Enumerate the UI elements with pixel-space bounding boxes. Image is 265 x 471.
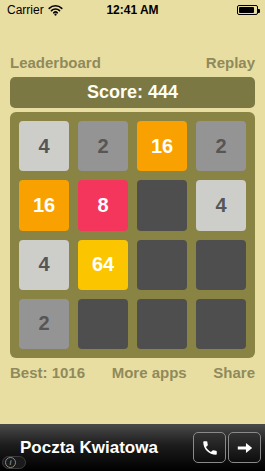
status-bar: Carrier 12:41 AM	[0, 0, 265, 20]
empty-cell-r4c2	[78, 299, 128, 349]
best-score-label: Best: 1016	[10, 364, 85, 381]
share-button[interactable]: Share	[213, 364, 255, 381]
empty-cell-r4c4	[196, 299, 246, 349]
empty-cell-r3c3	[137, 240, 187, 290]
tile-2-r1c4: 2	[196, 121, 246, 171]
tile-64-r3c2: 64	[78, 240, 128, 290]
tile-2-r1c2: 2	[78, 121, 128, 171]
empty-cell-r2c3	[137, 180, 187, 230]
tile-16-r2c1: 16	[19, 180, 69, 230]
app-screen: Carrier 12:41 AM Leaderboard Replay Scor…	[0, 0, 265, 471]
tile-4-r3c1: 4	[19, 240, 69, 290]
board[interactable]: 4216216844642	[10, 112, 255, 358]
more-apps-button[interactable]: More apps	[112, 364, 187, 381]
clock: 12:41 AM	[0, 3, 265, 17]
battery-icon	[237, 5, 258, 15]
ad-open-button[interactable]	[228, 432, 261, 463]
score-label: Score: 444	[87, 82, 178, 103]
tile-4-r1c1: 4	[19, 121, 69, 171]
info-icon: i	[5, 457, 16, 468]
tile-2-r4c1: 2	[19, 299, 69, 349]
leaderboard-button[interactable]: Leaderboard	[10, 54, 101, 71]
replay-button[interactable]: Replay	[206, 54, 255, 71]
arrow-right-icon	[235, 440, 255, 456]
tile-16-r1c3: 16	[137, 121, 187, 171]
ad-title: Poczta Kwiatowa	[20, 438, 158, 458]
call-button[interactable]	[193, 432, 226, 463]
ad-banner[interactable]: Poczta Kwiatowa i	[0, 424, 265, 471]
empty-cell-r3c4	[196, 240, 246, 290]
score-banner: Score: 444	[10, 77, 255, 108]
tile-8-r2c2: 8	[78, 180, 128, 230]
ad-info-button[interactable]: i	[2, 456, 26, 469]
empty-cell-r4c3	[137, 299, 187, 349]
tile-4-r2c4: 4	[196, 180, 246, 230]
phone-icon	[201, 439, 219, 457]
